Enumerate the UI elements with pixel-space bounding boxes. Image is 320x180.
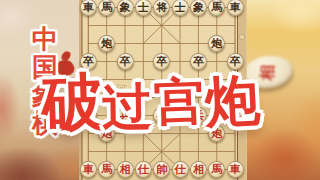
piece-卒[interactable]: 卒: [117, 53, 134, 70]
photo-piece-character: 相: [257, 64, 279, 81]
piece-炮[interactable]: 炮: [98, 35, 115, 52]
piece-相[interactable]: 相: [117, 161, 134, 178]
piece-馬[interactable]: 馬: [98, 161, 115, 178]
title-char: 破: [41, 71, 105, 135]
piece-車[interactable]: 車: [227, 0, 244, 16]
title-char: 炮: [204, 73, 262, 131]
piece-象[interactable]: 象: [117, 0, 134, 16]
piece-士[interactable]: 士: [172, 0, 189, 16]
video-title-overlay: 破 过 宫 炮: [42, 72, 260, 134]
piece-仕[interactable]: 仕: [135, 161, 152, 178]
video-thumbnail: 相: [0, 0, 320, 180]
piece-象[interactable]: 象: [190, 0, 207, 16]
title-char: 宫: [153, 76, 205, 128]
piece-車[interactable]: 車: [80, 161, 97, 178]
piece-車[interactable]: 車: [227, 161, 244, 178]
piece-卒[interactable]: 卒: [190, 53, 207, 70]
piece-仕[interactable]: 仕: [172, 161, 189, 178]
piece-相[interactable]: 相: [190, 161, 207, 178]
title-char: 过: [102, 82, 153, 133]
frame-ornament: [239, 34, 245, 40]
piece-車[interactable]: 車: [80, 0, 97, 16]
side-title-char: 中: [32, 25, 58, 53]
piece-卒[interactable]: 卒: [227, 53, 244, 70]
piece-士[interactable]: 士: [135, 0, 152, 16]
